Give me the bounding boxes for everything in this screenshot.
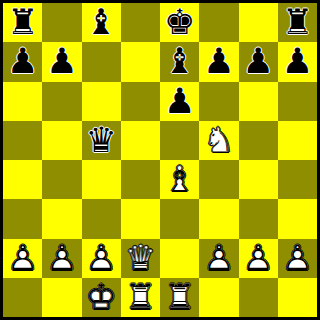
square-a6[interactable]	[3, 82, 42, 121]
square-b2[interactable]: ♟♙	[42, 239, 81, 278]
square-g4[interactable]	[239, 160, 278, 199]
square-b5[interactable]	[42, 121, 81, 160]
square-c8[interactable]: ♝	[82, 3, 121, 42]
square-a2[interactable]: ♟♙	[3, 239, 42, 278]
square-g3[interactable]	[239, 199, 278, 238]
piece-black-pawn: ♟	[160, 82, 199, 121]
square-a8[interactable]: ♜	[3, 3, 42, 42]
square-d5[interactable]	[121, 121, 160, 160]
square-d3[interactable]	[121, 199, 160, 238]
square-c7[interactable]	[82, 42, 121, 81]
piece-black-pawn: ♟	[199, 42, 238, 81]
square-g8[interactable]	[239, 3, 278, 42]
square-f6[interactable]	[199, 82, 238, 121]
square-c5[interactable]: ♛	[82, 121, 121, 160]
piece-black-rook: ♜	[3, 3, 42, 42]
square-f5[interactable]: ♞♘	[199, 121, 238, 160]
square-d8[interactable]	[121, 3, 160, 42]
square-b8[interactable]	[42, 3, 81, 42]
piece-white-pawn-fill: ♟	[239, 239, 278, 278]
piece-white-rook-fill: ♜	[121, 278, 160, 317]
square-g7[interactable]: ♟	[239, 42, 278, 81]
piece-white-pawn: ♙	[3, 239, 42, 278]
piece-white-bishop-fill: ♝	[160, 160, 199, 199]
piece-black-king: ♚	[160, 3, 199, 42]
square-e1[interactable]: ♜♖	[160, 278, 199, 317]
square-a4[interactable]	[3, 160, 42, 199]
square-g1[interactable]	[239, 278, 278, 317]
square-h8[interactable]: ♜	[278, 3, 317, 42]
piece-white-king-fill: ♚	[82, 278, 121, 317]
piece-white-pawn-fill: ♟	[199, 239, 238, 278]
piece-black-bishop: ♝	[160, 42, 199, 81]
square-d4[interactable]	[121, 160, 160, 199]
piece-black-pawn: ♟	[42, 42, 81, 81]
chess-board: ♜♝♚♜♟♟♝♟♟♟♟♛♞♘♝♗♟♙♟♙♟♙♛♕♟♙♟♙♟♙♚♔♜♖♜♖	[0, 0, 320, 320]
square-d2[interactable]: ♛♕	[121, 239, 160, 278]
square-c3[interactable]	[82, 199, 121, 238]
square-h1[interactable]	[278, 278, 317, 317]
piece-white-bishop: ♗	[160, 160, 199, 199]
square-f3[interactable]	[199, 199, 238, 238]
piece-black-rook: ♜	[278, 3, 317, 42]
square-a1[interactable]	[3, 278, 42, 317]
piece-white-pawn: ♙	[239, 239, 278, 278]
square-d7[interactable]	[121, 42, 160, 81]
square-h5[interactable]	[278, 121, 317, 160]
square-c4[interactable]	[82, 160, 121, 199]
square-a3[interactable]	[3, 199, 42, 238]
piece-white-pawn: ♙	[199, 239, 238, 278]
square-g6[interactable]	[239, 82, 278, 121]
square-f2[interactable]: ♟♙	[199, 239, 238, 278]
square-g5[interactable]	[239, 121, 278, 160]
square-b4[interactable]	[42, 160, 81, 199]
piece-white-pawn: ♙	[42, 239, 81, 278]
square-e8[interactable]: ♚	[160, 3, 199, 42]
piece-white-queen: ♕	[121, 239, 160, 278]
square-e2[interactable]	[160, 239, 199, 278]
piece-white-pawn-fill: ♟	[82, 239, 121, 278]
square-f4[interactable]	[199, 160, 238, 199]
piece-black-pawn: ♟	[278, 42, 317, 81]
piece-white-pawn: ♙	[82, 239, 121, 278]
square-e7[interactable]: ♝	[160, 42, 199, 81]
square-h2[interactable]: ♟♙	[278, 239, 317, 278]
square-d1[interactable]: ♜♖	[121, 278, 160, 317]
square-b7[interactable]: ♟	[42, 42, 81, 81]
square-a7[interactable]: ♟	[3, 42, 42, 81]
square-b3[interactable]	[42, 199, 81, 238]
square-a5[interactable]	[3, 121, 42, 160]
piece-white-rook: ♖	[160, 278, 199, 317]
square-h4[interactable]	[278, 160, 317, 199]
square-h6[interactable]	[278, 82, 317, 121]
square-f7[interactable]: ♟	[199, 42, 238, 81]
piece-black-pawn: ♟	[239, 42, 278, 81]
piece-white-knight: ♘	[199, 121, 238, 160]
piece-white-pawn: ♙	[278, 239, 317, 278]
piece-white-pawn-fill: ♟	[3, 239, 42, 278]
piece-white-rook: ♖	[121, 278, 160, 317]
piece-white-pawn-fill: ♟	[42, 239, 81, 278]
square-h7[interactable]: ♟	[278, 42, 317, 81]
piece-black-bishop: ♝	[82, 3, 121, 42]
piece-white-knight-fill: ♞	[199, 121, 238, 160]
square-f1[interactable]	[199, 278, 238, 317]
square-f8[interactable]	[199, 3, 238, 42]
piece-black-queen: ♛	[82, 121, 121, 160]
square-d6[interactable]	[121, 82, 160, 121]
square-e4[interactable]: ♝♗	[160, 160, 199, 199]
piece-black-pawn: ♟	[3, 42, 42, 81]
square-g2[interactable]: ♟♙	[239, 239, 278, 278]
square-b1[interactable]	[42, 278, 81, 317]
square-c1[interactable]: ♚♔	[82, 278, 121, 317]
piece-white-rook-fill: ♜	[160, 278, 199, 317]
square-e5[interactable]	[160, 121, 199, 160]
square-b6[interactable]	[42, 82, 81, 121]
piece-white-king: ♔	[82, 278, 121, 317]
piece-white-queen-fill: ♛	[121, 239, 160, 278]
square-c2[interactable]: ♟♙	[82, 239, 121, 278]
square-c6[interactable]	[82, 82, 121, 121]
square-e3[interactable]	[160, 199, 199, 238]
square-e6[interactable]: ♟	[160, 82, 199, 121]
piece-white-pawn-fill: ♟	[278, 239, 317, 278]
square-h3[interactable]	[278, 199, 317, 238]
